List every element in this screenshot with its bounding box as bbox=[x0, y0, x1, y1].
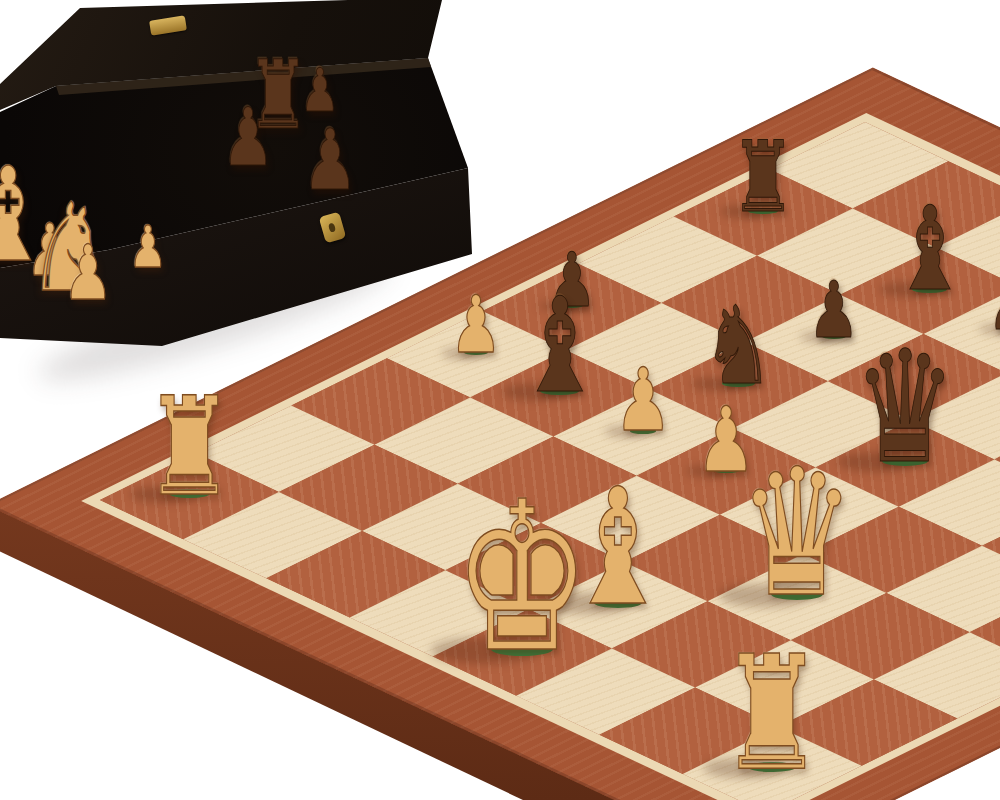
black-pawn-glyph: ♟ bbox=[302, 118, 358, 202]
piece-black-Q-e5[interactable]: ♛ bbox=[905, 463, 1000, 618]
white-rook-glyph: ♜ bbox=[144, 379, 234, 515]
black-pawn-glyph: ♟ bbox=[221, 98, 274, 178]
black-queen-glyph: ♛ bbox=[854, 330, 957, 485]
white-pawn-glyph: ♟ bbox=[614, 358, 672, 445]
photo-canvas: ♟♜♟♟♜♝♟♟♝♞♟♟♟♟♟♞♝♟♛♟♜♛♝♚♜ bbox=[0, 0, 1000, 800]
black-rook-glyph: ♜ bbox=[731, 128, 796, 226]
box-piece-white-P[interactable]: ♟ bbox=[88, 300, 156, 376]
white-rook-glyph: ♜ bbox=[720, 634, 825, 792]
black-pawn-glyph: ♟ bbox=[808, 271, 860, 349]
white-pawn-glyph: ♟ bbox=[63, 235, 113, 311]
white-king-glyph: ♚ bbox=[454, 474, 591, 681]
black-bishop-glyph: ♝ bbox=[891, 191, 968, 307]
black-bishop-glyph: ♝ bbox=[516, 281, 603, 412]
box-piece-black-P[interactable]: ♟ bbox=[330, 190, 405, 274]
piece-white-R-h1[interactable]: ♜ bbox=[772, 770, 914, 800]
white-queen-glyph: ♛ bbox=[739, 446, 856, 622]
white-pawn-glyph: ♟ bbox=[129, 218, 167, 276]
white-pawn-glyph: ♟ bbox=[450, 286, 502, 365]
piece-white-R-a1[interactable]: ♜ bbox=[189, 496, 311, 632]
black-pawn-glyph: ♟ bbox=[987, 264, 1000, 341]
piece-white-K-e1[interactable]: ♚ bbox=[522, 652, 708, 800]
black-knight-glyph: ♞ bbox=[703, 292, 775, 400]
